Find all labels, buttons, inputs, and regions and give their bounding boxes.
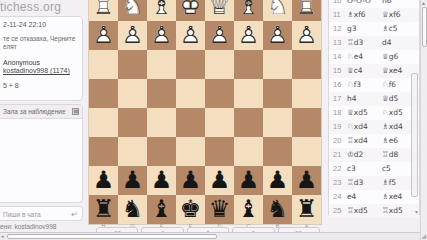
square-a6[interactable] bbox=[292, 137, 321, 166]
square-g7[interactable]: ♟ bbox=[118, 166, 147, 195]
spectators-status-line: ени: kostadinov998 bbox=[0, 223, 56, 230]
square-h1[interactable]: ♜♖ bbox=[89, 0, 118, 21]
piece-white-bishop[interactable]: ♝♗ bbox=[234, 0, 263, 21]
piece-black-pawn[interactable]: ♟ bbox=[147, 166, 176, 195]
square-b3[interactable] bbox=[263, 50, 292, 79]
piece-black-rook[interactable]: ♜ bbox=[292, 195, 321, 224]
move-row: 19♘xd4♗xd4 bbox=[329, 120, 419, 134]
observer-chat-box: Зала за наблюдение ▦ bbox=[0, 104, 83, 203]
move-row: 16♘f3♘f6 bbox=[329, 78, 419, 92]
move-row: 20♖xd4♗e6 bbox=[329, 134, 419, 148]
square-c5[interactable] bbox=[234, 108, 263, 137]
square-e7[interactable]: ♟ bbox=[176, 166, 205, 195]
black-move[interactable]: h6 bbox=[382, 0, 417, 8]
horizontal-scrollbar-thumb[interactable] bbox=[7, 234, 217, 239]
square-e1[interactable]: ♚♔ bbox=[176, 0, 205, 21]
square-c2[interactable]: ♟♙ bbox=[234, 21, 263, 50]
square-f3[interactable] bbox=[147, 50, 176, 79]
square-e5[interactable] bbox=[176, 108, 205, 137]
square-g8[interactable]: ♞ bbox=[118, 195, 147, 224]
square-a3[interactable] bbox=[292, 50, 321, 79]
square-b2[interactable]: ♟♙ bbox=[263, 21, 292, 50]
square-d3[interactable] bbox=[205, 50, 234, 79]
move-row: 24e4♗xe4 bbox=[329, 190, 419, 204]
result-message-line1: те се отказаха, Черните bbox=[3, 35, 80, 44]
game-datetime: 2-11-24 22:10 bbox=[3, 21, 80, 30]
time-control: 5 + 8 bbox=[3, 82, 80, 91]
square-c4[interactable] bbox=[234, 79, 263, 108]
move-number: 24 bbox=[329, 190, 347, 204]
move-number: 13 bbox=[329, 36, 347, 50]
move-list: 10O-O-Oh611♗xf6♕xf612g3♗c513♖d3d414♘e4♕g… bbox=[328, 0, 420, 218]
square-h3[interactable] bbox=[89, 50, 118, 79]
square-h6[interactable] bbox=[89, 137, 118, 166]
move-number: 12 bbox=[329, 22, 347, 36]
square-h7[interactable]: ♟ bbox=[89, 166, 118, 195]
square-c1[interactable]: ♝♗ bbox=[234, 0, 263, 21]
square-d6[interactable] bbox=[205, 137, 234, 166]
piece-black-knight[interactable]: ♞ bbox=[118, 195, 147, 224]
observer-box-header[interactable]: Зала за наблюдение ▦ bbox=[0, 105, 82, 119]
square-c8[interactable]: ♝ bbox=[234, 195, 263, 224]
square-e2[interactable]: ♟♙ bbox=[176, 21, 205, 50]
piece-white-rook[interactable]: ♜♖ bbox=[292, 0, 321, 21]
black-move[interactable]: ♕xf6 bbox=[382, 8, 417, 22]
piece-black-bishop[interactable]: ♝ bbox=[147, 195, 176, 224]
piece-white-pawn[interactable]: ♟♙ bbox=[205, 21, 234, 50]
vertical-scrollbar-thumb[interactable] bbox=[422, 7, 427, 47]
square-d2[interactable]: ♟♙ bbox=[205, 21, 234, 50]
white-move[interactable]: ♖xd5 bbox=[347, 204, 382, 218]
piece-white-pawn[interactable]: ♟♙ bbox=[147, 21, 176, 50]
white-move[interactable]: ♘e4 bbox=[347, 50, 382, 64]
square-h2[interactable]: ♟♙ bbox=[89, 21, 118, 50]
chat-input-placeholder: Пиши в чата bbox=[3, 211, 41, 218]
move-number: 23 bbox=[329, 176, 347, 190]
white-player-name: Anonymous bbox=[3, 59, 80, 68]
site-logo[interactable]: tichess.org bbox=[0, 0, 80, 14]
piece-black-knight[interactable]: ♞ bbox=[263, 195, 292, 224]
move-number: 19 bbox=[329, 120, 347, 134]
square-h4[interactable] bbox=[89, 79, 118, 108]
move-number: 16 bbox=[329, 78, 347, 92]
white-move[interactable]: ♖xd4 bbox=[347, 134, 382, 148]
square-f1[interactable]: ♝♗ bbox=[147, 0, 176, 21]
white-move[interactable]: ♗xf6 bbox=[347, 8, 382, 22]
app-window: tichess.org 2-11-24 22:10 те се отказаха… bbox=[0, 0, 427, 240]
square-a7[interactable]: ♟ bbox=[292, 166, 321, 195]
white-move[interactable]: e4 bbox=[347, 190, 382, 204]
square-e8[interactable]: ♚ bbox=[176, 195, 205, 224]
white-move[interactable]: ♖d3 bbox=[347, 176, 382, 190]
white-move[interactable]: ♔d2 bbox=[347, 148, 382, 162]
square-f5[interactable] bbox=[147, 108, 176, 137]
square-a5[interactable] bbox=[292, 108, 321, 137]
move-number: 11 bbox=[329, 8, 347, 22]
square-f8[interactable]: ♝ bbox=[147, 195, 176, 224]
square-c7[interactable]: ♟ bbox=[234, 166, 263, 195]
chat-input[interactable]: Пиши в чата ↵ bbox=[0, 206, 83, 221]
white-move[interactable]: ♘xd4 bbox=[347, 120, 382, 134]
piece-black-bishop[interactable]: ♝ bbox=[234, 195, 263, 224]
observer-checkbox-icon[interactable]: ▦ bbox=[72, 108, 79, 115]
horizontal-scrollbar[interactable]: ◂ bbox=[0, 232, 420, 240]
move-row: 12g3♗c5 bbox=[329, 22, 419, 36]
square-g2[interactable]: ♟♙ bbox=[118, 21, 147, 50]
square-d5[interactable] bbox=[205, 108, 234, 137]
move-row: 25♖xd5♖xd5 bbox=[329, 204, 419, 218]
move-list-scroll-down-icon[interactable]: ▾ bbox=[415, 209, 418, 215]
square-g6[interactable] bbox=[118, 137, 147, 166]
piece-white-bishop[interactable]: ♝♗ bbox=[147, 0, 176, 21]
piece-black-pawn[interactable]: ♟ bbox=[263, 166, 292, 195]
square-e3[interactable] bbox=[176, 50, 205, 79]
move-number: 10 bbox=[329, 0, 347, 8]
black-move[interactable]: ♖xd5 bbox=[382, 204, 417, 218]
move-row: 22c3c5 bbox=[329, 162, 419, 176]
square-d8[interactable]: ♛ bbox=[205, 195, 234, 224]
piece-black-pawn[interactable]: ♟ bbox=[234, 166, 263, 195]
piece-white-pawn[interactable]: ♟♙ bbox=[176, 21, 205, 50]
move-row: 17h4♕d5 bbox=[329, 92, 419, 106]
square-f4[interactable] bbox=[147, 79, 176, 108]
square-f6[interactable] bbox=[147, 137, 176, 166]
white-move[interactable]: O-O-O bbox=[347, 0, 382, 8]
white-move[interactable]: h4 bbox=[347, 92, 382, 106]
square-a2[interactable]: ♟♙ bbox=[292, 21, 321, 50]
square-e4[interactable] bbox=[176, 79, 205, 108]
move-number: 18 bbox=[329, 106, 347, 120]
result-message-line2: елят bbox=[3, 43, 80, 52]
send-message-icon[interactable]: ↵ bbox=[71, 210, 78, 219]
move-number: 15 bbox=[329, 64, 347, 78]
square-c3[interactable] bbox=[234, 50, 263, 79]
piece-black-pawn[interactable]: ♟ bbox=[89, 166, 118, 195]
move-row: 21♔d2♖d8 bbox=[329, 148, 419, 162]
piece-white-pawn[interactable]: ♟♙ bbox=[263, 21, 292, 50]
move-row: 13♖d3d4 bbox=[329, 36, 419, 50]
chess-board: ♜♖♞♘♝♗♚♔♛♕♝♗♞♘♜♖♟♙♟♙♟♙♟♙♟♙♟♙♟♙♟♙♟♟♟♟♟♟♟♟… bbox=[88, 0, 322, 225]
move-row: 15♕c4♕xe4 bbox=[329, 64, 419, 78]
piece-black-pawn[interactable]: ♟ bbox=[205, 166, 234, 195]
piece-white-knight[interactable]: ♞♘ bbox=[118, 0, 147, 21]
black-move[interactable]: d4 bbox=[382, 36, 417, 50]
white-move[interactable]: ♕c4 bbox=[347, 64, 382, 78]
game-info-box: 2-11-24 22:10 те се отказаха, Черните ел… bbox=[0, 16, 83, 101]
move-row: 11♗xf6♕xf6 bbox=[329, 8, 419, 22]
move-number: 20 bbox=[329, 134, 347, 148]
square-e6[interactable] bbox=[176, 137, 205, 166]
white-move[interactable]: ♕xd5 bbox=[347, 106, 382, 120]
square-d4[interactable] bbox=[205, 79, 234, 108]
scroll-left-icon[interactable]: ◂ bbox=[1, 234, 4, 239]
vertical-scrollbar[interactable]: ▴ bbox=[420, 0, 427, 240]
move-number: 21 bbox=[329, 148, 347, 162]
black-move[interactable]: ♗c5 bbox=[382, 22, 417, 36]
move-number: 17 bbox=[329, 92, 347, 106]
square-b7[interactable]: ♟ bbox=[263, 166, 292, 195]
white-move[interactable]: ♖d3 bbox=[347, 36, 382, 50]
move-row: 10O-O-Oh6 bbox=[329, 0, 419, 8]
piece-black-pawn[interactable]: ♟ bbox=[292, 166, 321, 195]
move-list-scrollbar-thumb[interactable] bbox=[411, 73, 418, 197]
piece-black-queen[interactable]: ♛ bbox=[205, 195, 234, 224]
move-row: 18♕xd5♘xd5 bbox=[329, 106, 419, 120]
square-a4[interactable] bbox=[292, 79, 321, 108]
square-a1[interactable]: ♜♖ bbox=[292, 0, 321, 21]
move-row: 23♖d3♗f5 bbox=[329, 176, 419, 190]
piece-white-rook[interactable]: ♜♖ bbox=[89, 0, 118, 21]
black-move[interactable]: ♕g6 bbox=[382, 50, 417, 64]
piece-black-pawn[interactable]: ♟ bbox=[118, 166, 147, 195]
square-b1[interactable]: ♞♘ bbox=[263, 0, 292, 21]
square-h8[interactable]: ♜ bbox=[89, 195, 118, 224]
piece-black-rook[interactable]: ♜ bbox=[89, 195, 118, 224]
square-h5[interactable] bbox=[89, 108, 118, 137]
square-b5[interactable] bbox=[263, 108, 292, 137]
white-move[interactable]: g3 bbox=[347, 22, 382, 36]
square-b8[interactable]: ♞ bbox=[263, 195, 292, 224]
square-g4[interactable] bbox=[118, 79, 147, 108]
piece-white-pawn[interactable]: ♟♙ bbox=[118, 21, 147, 50]
piece-black-pawn[interactable]: ♟ bbox=[176, 166, 205, 195]
scroll-up-icon[interactable]: ▴ bbox=[422, 0, 425, 6]
square-b6[interactable] bbox=[263, 137, 292, 166]
square-f2[interactable]: ♟♙ bbox=[147, 21, 176, 50]
square-g1[interactable]: ♞♘ bbox=[118, 0, 147, 21]
piece-white-knight[interactable]: ♞♘ bbox=[263, 0, 292, 21]
move-row: 14♘e4♕g6 bbox=[329, 50, 419, 64]
square-g3[interactable] bbox=[118, 50, 147, 79]
move-number: 22 bbox=[329, 162, 347, 176]
piece-white-pawn[interactable]: ♟♙ bbox=[292, 21, 321, 50]
piece-white-pawn[interactable]: ♟♙ bbox=[89, 21, 118, 50]
square-f7[interactable]: ♟ bbox=[147, 166, 176, 195]
square-g5[interactable] bbox=[118, 108, 147, 137]
observer-box-title: Зала за наблюдение bbox=[3, 108, 66, 115]
piece-white-queen[interactable]: ♛♕ bbox=[205, 0, 234, 21]
move-number: 14 bbox=[329, 50, 347, 64]
square-d7[interactable]: ♟ bbox=[205, 166, 234, 195]
white-move[interactable]: c3 bbox=[347, 162, 382, 176]
resize-grip-icon[interactable]: ◢ bbox=[421, 233, 426, 239]
piece-white-pawn[interactable]: ♟♙ bbox=[234, 21, 263, 50]
black-player-link[interactable]: kostadinov998 (1174) bbox=[3, 67, 80, 76]
square-b4[interactable] bbox=[263, 79, 292, 108]
square-d1[interactable]: ♛♕ bbox=[205, 0, 234, 21]
piece-white-king[interactable]: ♚♔ bbox=[176, 0, 205, 21]
square-c6[interactable] bbox=[234, 137, 263, 166]
white-move[interactable]: ♘f3 bbox=[347, 78, 382, 92]
square-a8[interactable]: ♜ bbox=[292, 195, 321, 224]
piece-black-king[interactable]: ♚ bbox=[176, 195, 205, 224]
move-number: 25 bbox=[329, 204, 347, 218]
